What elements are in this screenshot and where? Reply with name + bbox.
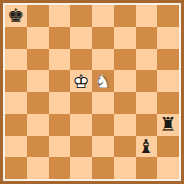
- square-e8[interactable]: [92, 5, 114, 27]
- square-e7[interactable]: [92, 27, 114, 49]
- square-b4[interactable]: [27, 92, 49, 114]
- board-frame: ♚♚♔♞♘♜♝: [0, 0, 184, 184]
- square-a8[interactable]: ♚: [5, 5, 27, 27]
- square-f5[interactable]: [114, 70, 136, 92]
- square-a3[interactable]: [5, 114, 27, 136]
- king-outline-glyph: ♔: [70, 70, 92, 92]
- black-bishop-piece[interactable]: ♝: [136, 136, 158, 158]
- square-c7[interactable]: [49, 27, 71, 49]
- square-f3[interactable]: [114, 114, 136, 136]
- square-g7[interactable]: [136, 27, 158, 49]
- square-d1[interactable]: [70, 157, 92, 179]
- square-c6[interactable]: [49, 49, 71, 71]
- square-b3[interactable]: [27, 114, 49, 136]
- rook-glyph: ♜: [157, 114, 179, 136]
- square-f4[interactable]: [114, 92, 136, 114]
- square-g1[interactable]: [136, 157, 158, 179]
- square-a1[interactable]: [5, 157, 27, 179]
- square-b2[interactable]: [27, 136, 49, 158]
- square-g6[interactable]: [136, 49, 158, 71]
- knight-outline-glyph: ♘: [92, 70, 114, 92]
- square-c2[interactable]: [49, 136, 71, 158]
- square-a5[interactable]: [5, 70, 27, 92]
- square-b5[interactable]: [27, 70, 49, 92]
- square-a6[interactable]: [5, 49, 27, 71]
- white-knight-piece[interactable]: ♞♘: [92, 70, 114, 92]
- square-c4[interactable]: [49, 92, 71, 114]
- square-h8[interactable]: [157, 5, 179, 27]
- square-d8[interactable]: [70, 5, 92, 27]
- square-g5[interactable]: [136, 70, 158, 92]
- square-h4[interactable]: [157, 92, 179, 114]
- square-e6[interactable]: [92, 49, 114, 71]
- square-d6[interactable]: [70, 49, 92, 71]
- king-glyph: ♚: [5, 5, 27, 27]
- chess-board: ♚♚♔♞♘♜♝: [5, 5, 179, 179]
- square-d5[interactable]: ♚♔: [70, 70, 92, 92]
- bishop-glyph: ♝: [136, 136, 158, 158]
- square-h7[interactable]: [157, 27, 179, 49]
- square-h1[interactable]: [157, 157, 179, 179]
- square-d7[interactable]: [70, 27, 92, 49]
- square-g4[interactable]: [136, 92, 158, 114]
- square-a7[interactable]: [5, 27, 27, 49]
- square-b7[interactable]: [27, 27, 49, 49]
- square-f7[interactable]: [114, 27, 136, 49]
- square-f8[interactable]: [114, 5, 136, 27]
- square-d2[interactable]: [70, 136, 92, 158]
- square-h3[interactable]: ♜: [157, 114, 179, 136]
- square-a2[interactable]: [5, 136, 27, 158]
- board-inner-margin: ♚♚♔♞♘♜♝: [3, 3, 181, 181]
- square-e1[interactable]: [92, 157, 114, 179]
- square-a4[interactable]: [5, 92, 27, 114]
- square-c5[interactable]: [49, 70, 71, 92]
- square-h6[interactable]: [157, 49, 179, 71]
- white-king-piece[interactable]: ♚♔: [70, 70, 92, 92]
- square-h5[interactable]: [157, 70, 179, 92]
- square-c1[interactable]: [49, 157, 71, 179]
- square-g3[interactable]: [136, 114, 158, 136]
- square-d3[interactable]: [70, 114, 92, 136]
- square-b8[interactable]: [27, 5, 49, 27]
- square-g2[interactable]: ♝: [136, 136, 158, 158]
- square-f1[interactable]: [114, 157, 136, 179]
- square-c8[interactable]: [49, 5, 71, 27]
- square-d4[interactable]: [70, 92, 92, 114]
- black-rook-piece[interactable]: ♜: [157, 114, 179, 136]
- black-king-piece[interactable]: ♚: [5, 5, 27, 27]
- square-e2[interactable]: [92, 136, 114, 158]
- square-f2[interactable]: [114, 136, 136, 158]
- square-g8[interactable]: [136, 5, 158, 27]
- square-e5[interactable]: ♞♘: [92, 70, 114, 92]
- square-h2[interactable]: [157, 136, 179, 158]
- square-c3[interactable]: [49, 114, 71, 136]
- square-f6[interactable]: [114, 49, 136, 71]
- square-e4[interactable]: [92, 92, 114, 114]
- square-e3[interactable]: [92, 114, 114, 136]
- square-b6[interactable]: [27, 49, 49, 71]
- square-b1[interactable]: [27, 157, 49, 179]
